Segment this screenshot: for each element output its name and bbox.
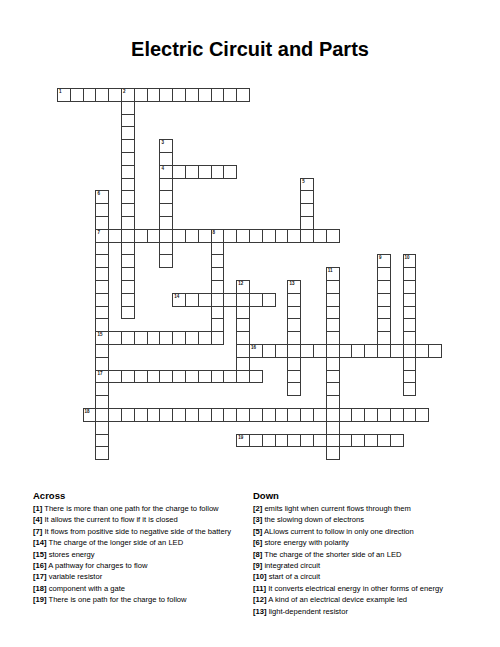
grid-cell[interactable] bbox=[121, 306, 135, 320]
grid-cell[interactable] bbox=[121, 293, 135, 307]
grid-cell[interactable] bbox=[211, 331, 225, 345]
grid-cell[interactable] bbox=[403, 280, 417, 294]
across-header: Across bbox=[33, 489, 248, 502]
grid-cell[interactable] bbox=[287, 318, 301, 332]
grid-cell[interactable] bbox=[403, 357, 417, 371]
across-clues-section: Across [1] There is more than one path f… bbox=[33, 489, 248, 606]
grid-cell[interactable] bbox=[121, 114, 135, 128]
grid-cell[interactable]: 6 bbox=[95, 190, 109, 204]
clue-item: [2] emits light when current flows throu… bbox=[253, 503, 473, 514]
clue-item: [19] There is one path for the charge to… bbox=[33, 594, 248, 605]
grid-cell[interactable] bbox=[121, 242, 135, 256]
cell-number: 16 bbox=[251, 345, 256, 350]
grid-cell[interactable] bbox=[121, 165, 135, 179]
clue-text: variable resistor bbox=[47, 572, 103, 581]
grid-cell[interactable] bbox=[147, 408, 161, 422]
grid-cell[interactable] bbox=[121, 126, 135, 140]
grid-cell[interactable] bbox=[377, 267, 391, 281]
grid-cell[interactable] bbox=[364, 344, 378, 358]
clue-text: There is more than one path for the char… bbox=[42, 504, 218, 513]
grid-cell[interactable] bbox=[249, 408, 263, 422]
grid-cell[interactable]: 17 bbox=[95, 370, 109, 384]
grid-cell[interactable] bbox=[351, 344, 365, 358]
clue-text: store energy with polarity bbox=[262, 538, 349, 547]
grid-cell[interactable] bbox=[377, 318, 391, 332]
grid-cell[interactable] bbox=[211, 408, 225, 422]
grid-cell[interactable] bbox=[287, 370, 301, 384]
grid-cell[interactable] bbox=[377, 434, 391, 448]
grid-cell[interactable] bbox=[313, 229, 327, 243]
clue-text: The charge of the shorter side of an LED bbox=[262, 550, 401, 559]
grid-cell[interactable]: 13 bbox=[287, 280, 301, 294]
grid-cell[interactable] bbox=[364, 408, 378, 422]
grid-cell[interactable] bbox=[70, 88, 84, 102]
grid-cell[interactable] bbox=[300, 216, 314, 230]
grid-cell[interactable] bbox=[95, 88, 109, 102]
clue-text: stores energy bbox=[47, 550, 95, 559]
clue-number: [12] bbox=[253, 595, 267, 604]
grid-cell[interactable] bbox=[95, 357, 109, 371]
grid-cell[interactable] bbox=[198, 293, 212, 307]
grid-cell[interactable] bbox=[390, 434, 404, 448]
grid-cell[interactable] bbox=[326, 395, 340, 409]
clue-number: [15] bbox=[33, 550, 47, 559]
grid-cell[interactable] bbox=[236, 331, 250, 345]
grid-cell[interactable] bbox=[211, 254, 225, 268]
clue-number: [2] bbox=[253, 504, 262, 513]
grid-cell[interactable] bbox=[287, 306, 301, 320]
grid-cell[interactable]: 14 bbox=[172, 293, 186, 307]
grid-cell[interactable] bbox=[236, 88, 250, 102]
clue-item: [5] ALlows current to follow in only one… bbox=[253, 526, 473, 537]
grid-cell[interactable] bbox=[172, 229, 186, 243]
grid-cell[interactable]: 7 bbox=[95, 229, 109, 243]
grid-cell[interactable] bbox=[403, 306, 417, 320]
cell-number: 7 bbox=[97, 230, 100, 235]
clue-text: light-dependent resistor bbox=[267, 607, 348, 616]
grid-cell[interactable] bbox=[326, 293, 340, 307]
grid-cell[interactable] bbox=[95, 446, 109, 460]
clue-item: [16] A pathway for charges to flow bbox=[33, 560, 248, 571]
grid-cell[interactable] bbox=[326, 421, 340, 435]
grid-cell[interactable] bbox=[275, 229, 289, 243]
clue-item: [3] the slowing down of electrons bbox=[253, 514, 473, 525]
grid-cell[interactable] bbox=[185, 165, 199, 179]
cell-number: 10 bbox=[405, 255, 410, 260]
grid-cell[interactable] bbox=[185, 408, 199, 422]
grid-cell[interactable] bbox=[211, 318, 225, 332]
grid-cell[interactable] bbox=[249, 370, 263, 384]
clue-number: [7] bbox=[33, 527, 42, 536]
grid-cell[interactable] bbox=[95, 306, 109, 320]
grid-cell[interactable] bbox=[339, 434, 353, 448]
grid-cell[interactable] bbox=[121, 152, 135, 166]
clue-number: [11] bbox=[253, 584, 266, 593]
grid-cell[interactable]: 12 bbox=[236, 280, 250, 294]
grid-cell[interactable] bbox=[300, 408, 314, 422]
grid-cell[interactable] bbox=[326, 357, 340, 371]
clue-item: [18] component with a gate bbox=[33, 583, 248, 594]
clue-number: [16] bbox=[33, 561, 47, 570]
grid-cell[interactable] bbox=[300, 203, 314, 217]
grid-cell[interactable] bbox=[172, 165, 186, 179]
grid-cell[interactable] bbox=[108, 331, 122, 345]
grid-cell[interactable]: 15 bbox=[95, 331, 109, 345]
clue-item: [13] light-dependent resistor bbox=[253, 606, 473, 617]
clue-text: A pathway for charges to flow bbox=[47, 561, 148, 570]
cell-number: 12 bbox=[238, 281, 243, 286]
grid-cell[interactable] bbox=[403, 370, 417, 384]
grid-cell[interactable] bbox=[403, 331, 417, 345]
down-clues-section: Down [2] emits light when current flows … bbox=[253, 489, 473, 617]
grid-cell[interactable] bbox=[95, 434, 109, 448]
grid-cell[interactable] bbox=[134, 408, 148, 422]
grid-cell[interactable] bbox=[313, 434, 327, 448]
clue-number: [18] bbox=[33, 584, 47, 593]
grid-cell[interactable] bbox=[211, 370, 225, 384]
grid-cell[interactable] bbox=[390, 344, 404, 358]
grid-cell[interactable] bbox=[236, 293, 250, 307]
cell-number: 4 bbox=[161, 166, 164, 171]
cell-number: 15 bbox=[97, 332, 102, 337]
cell-number: 5 bbox=[302, 179, 305, 184]
clue-number: [6] bbox=[253, 538, 262, 547]
grid-cell[interactable] bbox=[262, 229, 276, 243]
cell-number: 17 bbox=[97, 371, 102, 376]
grid-cell[interactable] bbox=[236, 229, 250, 243]
crossword-page: Electric Circuit and Parts 1234567891011… bbox=[0, 0, 500, 647]
grid-cell[interactable]: 18 bbox=[83, 408, 97, 422]
cell-number: 9 bbox=[379, 255, 382, 260]
grid-cell[interactable]: 8 bbox=[211, 229, 225, 243]
grid-cell[interactable] bbox=[95, 293, 109, 307]
grid-cell[interactable] bbox=[108, 88, 122, 102]
grid-cell[interactable] bbox=[300, 344, 314, 358]
grid-cell[interactable] bbox=[159, 216, 173, 230]
grid-cell[interactable] bbox=[121, 408, 135, 422]
clue-text: start of a circuit bbox=[267, 572, 321, 581]
grid-cell[interactable] bbox=[121, 203, 135, 217]
grid-cell[interactable] bbox=[95, 395, 109, 409]
grid-cell[interactable] bbox=[236, 408, 250, 422]
grid-cell[interactable] bbox=[159, 88, 173, 102]
grid-cell[interactable]: 10 bbox=[403, 254, 417, 268]
grid-cell[interactable] bbox=[377, 408, 391, 422]
grid-cell[interactable] bbox=[159, 203, 173, 217]
grid-cell[interactable] bbox=[262, 434, 276, 448]
grid-cell[interactable] bbox=[159, 331, 173, 345]
clue-item: [6] store energy with polarity bbox=[253, 537, 473, 548]
grid-cell[interactable] bbox=[428, 344, 442, 358]
grid-cell[interactable] bbox=[147, 88, 161, 102]
grid-cell[interactable] bbox=[172, 408, 186, 422]
grid-cell[interactable] bbox=[415, 344, 429, 358]
grid-cell[interactable] bbox=[83, 88, 97, 102]
clue-item: [1] There is more than one path for the … bbox=[33, 503, 248, 514]
clue-number: [10] bbox=[253, 572, 267, 581]
clue-text: The charge of the longer side of an LED bbox=[47, 538, 184, 547]
clue-text: There is one path for the charge to foll… bbox=[47, 595, 187, 604]
grid-cell[interactable] bbox=[339, 408, 353, 422]
grid-cell[interactable] bbox=[313, 344, 327, 358]
clue-text: It flows from positive side to negative … bbox=[42, 527, 231, 536]
grid-cell[interactable] bbox=[95, 267, 109, 281]
grid-cell[interactable] bbox=[95, 408, 109, 422]
grid-cell[interactable] bbox=[198, 88, 212, 102]
grid-cell[interactable] bbox=[390, 408, 404, 422]
grid-cell[interactable] bbox=[236, 357, 250, 371]
clue-item: [11] It converts electrical energy in ot… bbox=[253, 583, 473, 594]
grid-cell[interactable] bbox=[172, 331, 186, 345]
clue-number: [4] bbox=[33, 515, 42, 524]
cell-number: 8 bbox=[213, 230, 216, 235]
cell-number: 14 bbox=[174, 294, 179, 299]
grid-cell[interactable] bbox=[134, 88, 148, 102]
grid-cell[interactable] bbox=[185, 293, 199, 307]
grid-cell[interactable] bbox=[198, 370, 212, 384]
grid-cell[interactable] bbox=[95, 216, 109, 230]
grid-cell[interactable] bbox=[326, 370, 340, 384]
down-header: Down bbox=[253, 489, 473, 502]
grid-cell[interactable] bbox=[300, 229, 314, 243]
grid-cell[interactable] bbox=[287, 434, 301, 448]
grid-cell[interactable] bbox=[262, 408, 276, 422]
clue-item: [7] It flows from positive side to negat… bbox=[33, 526, 248, 537]
grid-cell[interactable] bbox=[198, 331, 212, 345]
grid-cell[interactable] bbox=[121, 101, 135, 115]
grid-cell[interactable] bbox=[121, 370, 135, 384]
clue-text: component with a gate bbox=[47, 584, 126, 593]
grid-cell[interactable] bbox=[287, 357, 301, 371]
grid-cell[interactable] bbox=[95, 254, 109, 268]
grid-cell[interactable] bbox=[326, 408, 340, 422]
grid-cell[interactable]: 19 bbox=[236, 434, 250, 448]
grid-cell[interactable] bbox=[134, 331, 148, 345]
down-clue-list: [2] emits light when current flows throu… bbox=[253, 503, 473, 617]
grid-cell[interactable] bbox=[172, 370, 186, 384]
clue-number: [13] bbox=[253, 607, 267, 616]
grid-cell[interactable]: 16 bbox=[249, 344, 263, 358]
grid-cell[interactable] bbox=[249, 229, 263, 243]
grid-cell[interactable] bbox=[159, 178, 173, 192]
grid-cell[interactable] bbox=[95, 344, 109, 358]
grid-cell[interactable] bbox=[185, 370, 199, 384]
grid-cell[interactable] bbox=[108, 370, 122, 384]
grid-cell[interactable] bbox=[236, 370, 250, 384]
grid-cell[interactable] bbox=[403, 267, 417, 281]
grid-cell[interactable] bbox=[287, 229, 301, 243]
grid-cell[interactable] bbox=[326, 306, 340, 320]
grid-cell[interactable] bbox=[377, 280, 391, 294]
grid-cell[interactable] bbox=[211, 242, 225, 256]
grid-cell[interactable] bbox=[211, 165, 225, 179]
crossword-grid: 12345678910111213141516171819 bbox=[57, 88, 443, 462]
cell-number: 1 bbox=[59, 89, 62, 94]
grid-cell[interactable] bbox=[95, 242, 109, 256]
grid-cell[interactable] bbox=[236, 306, 250, 320]
cell-number: 3 bbox=[161, 140, 164, 145]
grid-cell[interactable] bbox=[326, 382, 340, 396]
grid-cell[interactable] bbox=[262, 293, 276, 307]
clue-number: [8] bbox=[253, 550, 262, 559]
grid-cell[interactable] bbox=[249, 293, 263, 307]
grid-cell[interactable] bbox=[351, 434, 365, 448]
grid-cell[interactable] bbox=[223, 165, 237, 179]
grid-cell[interactable] bbox=[287, 344, 301, 358]
grid-cell[interactable] bbox=[403, 382, 417, 396]
cell-number: 19 bbox=[238, 435, 243, 440]
grid-cell[interactable]: 2 bbox=[121, 88, 135, 102]
grid-cell[interactable] bbox=[351, 408, 365, 422]
grid-cell[interactable] bbox=[159, 242, 173, 256]
grid-cell[interactable] bbox=[326, 280, 340, 294]
grid-cell[interactable] bbox=[211, 306, 225, 320]
grid-cell[interactable] bbox=[275, 344, 289, 358]
clue-item: [15] stores energy bbox=[33, 549, 248, 560]
grid-cell[interactable] bbox=[121, 216, 135, 230]
grid-cell[interactable] bbox=[121, 190, 135, 204]
grid-cell[interactable] bbox=[223, 229, 237, 243]
grid-cell[interactable] bbox=[95, 421, 109, 435]
grid-cell[interactable] bbox=[403, 318, 417, 332]
grid-cell[interactable] bbox=[223, 88, 237, 102]
grid-cell[interactable] bbox=[95, 318, 109, 332]
grid-cell[interactable] bbox=[287, 331, 301, 345]
grid-cell[interactable]: 4 bbox=[159, 165, 173, 179]
clue-number: [17] bbox=[33, 572, 47, 581]
grid-cell[interactable]: 11 bbox=[326, 267, 340, 281]
clue-item: [17] variable resistor bbox=[33, 571, 248, 582]
grid-cell[interactable] bbox=[147, 331, 161, 345]
cell-number: 18 bbox=[85, 409, 90, 414]
grid-cell[interactable] bbox=[326, 446, 340, 460]
grid-cell[interactable] bbox=[198, 229, 212, 243]
grid-cell[interactable] bbox=[121, 139, 135, 153]
grid-cell[interactable] bbox=[147, 370, 161, 384]
grid-cell[interactable] bbox=[211, 267, 225, 281]
across-clue-list: [1] There is more than one path for the … bbox=[33, 503, 248, 606]
grid-cell[interactable] bbox=[95, 382, 109, 396]
grid-cell[interactable] bbox=[364, 434, 378, 448]
grid-cell[interactable] bbox=[377, 331, 391, 345]
grid-cell[interactable] bbox=[326, 229, 340, 243]
grid-cell[interactable] bbox=[108, 408, 122, 422]
grid-cell[interactable] bbox=[287, 382, 301, 396]
grid-cell[interactable] bbox=[211, 293, 225, 307]
clue-number: [19] bbox=[33, 595, 47, 604]
cell-number: 13 bbox=[289, 281, 294, 286]
grid-cell[interactable] bbox=[121, 254, 135, 268]
grid-cell[interactable] bbox=[236, 344, 250, 358]
grid-cell[interactable]: 9 bbox=[377, 254, 391, 268]
grid-cell[interactable]: 5 bbox=[300, 178, 314, 192]
grid-cell[interactable] bbox=[326, 344, 340, 358]
grid-cell[interactable] bbox=[403, 344, 417, 358]
grid-cell[interactable] bbox=[121, 229, 135, 243]
cell-number: 6 bbox=[97, 191, 100, 196]
grid-cell[interactable] bbox=[147, 229, 161, 243]
clue-number: [3] bbox=[253, 515, 262, 524]
clue-item: [12] A kind of an electrical device exam… bbox=[253, 594, 473, 605]
grid-cell[interactable] bbox=[198, 408, 212, 422]
clue-item: [10] start of a circuit bbox=[253, 571, 473, 582]
clue-text: It converts electrical energy in other f… bbox=[266, 584, 443, 593]
grid-cell[interactable] bbox=[300, 190, 314, 204]
grid-cell[interactable] bbox=[223, 370, 237, 384]
grid-cell[interactable] bbox=[326, 318, 340, 332]
grid-cell[interactable] bbox=[108, 229, 122, 243]
grid-cell[interactable] bbox=[236, 318, 250, 332]
grid-cell[interactable] bbox=[159, 190, 173, 204]
grid-cell[interactable] bbox=[313, 408, 327, 422]
grid-cell[interactable] bbox=[159, 152, 173, 166]
grid-cell[interactable] bbox=[211, 88, 225, 102]
cell-number: 2 bbox=[123, 89, 126, 94]
clue-item: [4] It allows the current to flow if it … bbox=[33, 514, 248, 525]
grid-cell[interactable] bbox=[95, 280, 109, 294]
grid-cell[interactable] bbox=[172, 88, 186, 102]
clue-text: emits light when current flows through t… bbox=[262, 504, 411, 513]
grid-cell[interactable]: 3 bbox=[159, 139, 173, 153]
clue-text: It allows the current to flow if it is c… bbox=[42, 515, 177, 524]
grid-cell[interactable] bbox=[403, 293, 417, 307]
grid-cell[interactable] bbox=[415, 408, 429, 422]
grid-cell[interactable] bbox=[185, 331, 199, 345]
grid-cell[interactable] bbox=[121, 178, 135, 192]
cell-number: 11 bbox=[328, 268, 333, 273]
grid-cell[interactable] bbox=[223, 408, 237, 422]
grid-cell[interactable] bbox=[223, 293, 237, 307]
clue-number: [5] bbox=[253, 527, 262, 536]
grid-cell[interactable] bbox=[121, 280, 135, 294]
clue-item: [9] integrated circuit bbox=[253, 560, 473, 571]
clue-text: A kind of an electrical device example l… bbox=[267, 595, 408, 604]
grid-cell[interactable] bbox=[287, 408, 301, 422]
grid-cell[interactable] bbox=[211, 280, 225, 294]
grid-cell[interactable]: 1 bbox=[57, 88, 71, 102]
grid-cell[interactable] bbox=[121, 331, 135, 345]
clue-number: [1] bbox=[33, 504, 42, 513]
grid-cell[interactable] bbox=[300, 434, 314, 448]
grid-cell[interactable] bbox=[198, 165, 212, 179]
grid-cell[interactable] bbox=[159, 370, 173, 384]
grid-cell[interactable] bbox=[134, 229, 148, 243]
grid-cell[interactable] bbox=[185, 88, 199, 102]
grid-cell[interactable] bbox=[134, 370, 148, 384]
grid-cell[interactable] bbox=[275, 408, 289, 422]
grid-cell[interactable] bbox=[403, 408, 417, 422]
grid-cell[interactable] bbox=[326, 331, 340, 345]
grid-cell[interactable] bbox=[377, 344, 391, 358]
grid-cell[interactable] bbox=[159, 254, 173, 268]
grid-cell[interactable] bbox=[287, 293, 301, 307]
clue-item: [14] The charge of the longer side of an… bbox=[33, 537, 248, 548]
grid-cell[interactable] bbox=[95, 203, 109, 217]
grid-cell[interactable] bbox=[159, 408, 173, 422]
grid-cell[interactable] bbox=[275, 434, 289, 448]
grid-cell[interactable] bbox=[326, 434, 340, 448]
grid-cell[interactable] bbox=[249, 434, 263, 448]
grid-cell[interactable] bbox=[377, 293, 391, 307]
grid-cell[interactable] bbox=[121, 267, 135, 281]
clue-number: [9] bbox=[253, 561, 262, 570]
puzzle-title: Electric Circuit and Parts bbox=[0, 38, 500, 61]
grid-cell[interactable] bbox=[159, 229, 173, 243]
grid-cell[interactable] bbox=[185, 229, 199, 243]
grid-cell[interactable] bbox=[339, 344, 353, 358]
grid-cell[interactable] bbox=[262, 344, 276, 358]
grid-cell[interactable] bbox=[377, 306, 391, 320]
